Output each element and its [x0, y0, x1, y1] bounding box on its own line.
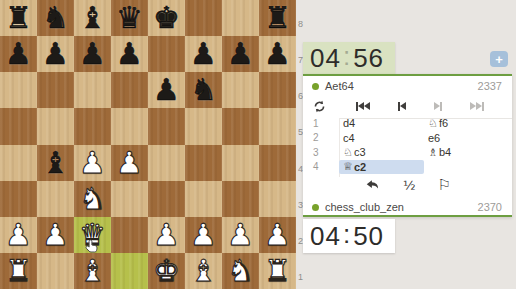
square-d4[interactable]: ♟ — [111, 145, 148, 181]
square-b1[interactable] — [37, 253, 74, 289]
move-list-card: Aet64 2337 1d4♘f62c4e63♘c3♗b44♕c2 — [303, 74, 512, 217]
game-side-panel: 04:56 + Aet64 2337 — [303, 0, 512, 289]
move-row-2: 2c4e6 — [303, 131, 512, 146]
clock-minutes: 04 — [310, 43, 341, 74]
piece-white-pawn[interactable]: ♟ — [111, 145, 148, 181]
square-a7[interactable]: ♟ — [0, 36, 37, 72]
clock-minutes: 04 — [310, 221, 341, 252]
square-g6[interactable] — [222, 72, 259, 108]
square-e1[interactable]: ♚ — [148, 253, 185, 289]
square-e8[interactable]: ♚ — [148, 0, 185, 36]
online-dot-icon — [312, 83, 319, 90]
piece-white-pawn[interactable]: ♟ — [148, 217, 185, 253]
cycle-replay-icon[interactable] — [312, 100, 326, 113]
square-h8[interactable]: ♜ — [259, 0, 296, 36]
square-g2[interactable]: ♟ — [222, 217, 259, 253]
square-g8[interactable] — [222, 0, 259, 36]
move-2-black[interactable]: e6 — [424, 131, 509, 146]
resign-flag-button[interactable]: ⚐ — [438, 178, 451, 193]
square-f5[interactable] — [185, 108, 222, 144]
move-1-white[interactable]: d4 — [339, 116, 424, 131]
piece-black-king[interactable]: ♚ — [148, 0, 185, 36]
top-player-name[interactable]: Aet64 — [325, 80, 354, 92]
figurine-icon: ♕ — [343, 160, 353, 173]
square-g7[interactable]: ♟ — [222, 36, 259, 72]
piece-black-pawn[interactable]: ♟ — [0, 36, 37, 72]
clock-seconds: 50 — [353, 221, 384, 252]
last-move-button[interactable] — [470, 101, 484, 112]
square-h2[interactable]: ♟ — [259, 217, 296, 253]
square-h7[interactable]: ♟ — [259, 36, 296, 72]
move-3-black[interactable]: ♗b4 — [424, 145, 509, 160]
move-number: 1 — [303, 118, 339, 129]
square-f6[interactable]: ♞ — [185, 72, 222, 108]
piece-white-rook[interactable]: ♜ — [259, 253, 296, 289]
piece-white-king[interactable]: ♚ — [148, 253, 185, 289]
square-d8[interactable]: ♛ — [111, 0, 148, 36]
piece-white-bishop[interactable]: ♝ — [74, 253, 111, 289]
square-d5[interactable] — [111, 108, 148, 144]
square-h3[interactable] — [259, 181, 296, 217]
previous-move-button[interactable] — [398, 101, 406, 112]
square-b7[interactable]: ♟ — [37, 36, 74, 72]
square-h1[interactable]: ♜ — [259, 253, 296, 289]
square-g1[interactable]: ♞ — [222, 253, 259, 289]
move-row-1: 1d4♘f6 — [303, 116, 512, 131]
piece-white-pawn[interactable]: ♟ — [185, 217, 222, 253]
square-h4[interactable] — [259, 145, 296, 181]
piece-black-pawn[interactable]: ♟ — [111, 36, 148, 72]
piece-black-pawn[interactable]: ♟ — [185, 36, 222, 72]
move-number: 4 — [303, 161, 339, 172]
move-row-3: 3♘c3♗b4 — [303, 145, 512, 160]
top-player-rating: 2337 — [478, 80, 502, 92]
piece-black-queen[interactable]: ♛ — [111, 0, 148, 36]
figurine-icon: ♘ — [343, 146, 353, 159]
square-b2[interactable]: ♟ — [37, 217, 74, 253]
square-g4[interactable] — [222, 145, 259, 181]
square-e6[interactable]: ♟ — [148, 72, 185, 108]
square-f2[interactable]: ♟ — [185, 217, 222, 253]
move-4-black — [424, 160, 509, 175]
square-b6[interactable] — [37, 72, 74, 108]
piece-white-pawn[interactable]: ♟ — [0, 217, 37, 253]
piece-white-pawn[interactable]: ♟ — [259, 217, 296, 253]
first-move-button[interactable] — [356, 101, 370, 112]
figurine-icon: ♗ — [428, 146, 438, 159]
square-g5[interactable] — [222, 108, 259, 144]
piece-white-pawn[interactable]: ♟ — [37, 217, 74, 253]
add-time-button[interactable]: + — [490, 51, 508, 67]
piece-black-pawn[interactable]: ♟ — [259, 36, 296, 72]
hand-cursor-icon — [85, 239, 98, 253]
square-c3[interactable]: ♞ — [74, 181, 111, 217]
square-e7[interactable] — [148, 36, 185, 72]
piece-white-bishop[interactable]: ♝ — [185, 253, 222, 289]
square-h6[interactable] — [259, 72, 296, 108]
piece-black-pawn[interactable]: ♟ — [222, 36, 259, 72]
square-f7[interactable]: ♟ — [185, 36, 222, 72]
clock-seconds: 56 — [353, 43, 384, 74]
square-b8[interactable]: ♞ — [37, 0, 74, 36]
square-d6[interactable] — [111, 72, 148, 108]
move-4-white[interactable]: ♕c2 — [339, 160, 424, 175]
bottom-player-row: chess_club_zen 2370 — [303, 197, 512, 217]
online-dot-icon — [312, 204, 319, 211]
piece-black-knight[interactable]: ♞ — [185, 72, 222, 108]
bottom-player-name[interactable]: chess_club_zen — [325, 201, 404, 213]
square-e5[interactable] — [148, 108, 185, 144]
chess-board[interactable]: ♜♞♝♛♚♜♟♟♟♟♟♟♟♟♞♝♟♟♞♟♟♛♟♟♟♟♜♝♚♝♞♜ — [0, 0, 296, 289]
square-a2[interactable]: ♟ — [0, 217, 37, 253]
clock-colon: : — [343, 41, 351, 72]
move-navigation — [303, 96, 512, 116]
square-e3[interactable] — [148, 181, 185, 217]
piece-black-bishop[interactable]: ♝ — [74, 0, 111, 36]
piece-black-pawn[interactable]: ♟ — [74, 36, 111, 72]
square-a4[interactable] — [0, 145, 37, 181]
square-a3[interactable] — [0, 181, 37, 217]
takeback-button[interactable] — [364, 178, 381, 193]
piece-black-pawn[interactable]: ♟ — [37, 36, 74, 72]
square-b5[interactable] — [37, 108, 74, 144]
game-actions: ½ ⚐ — [303, 174, 512, 197]
square-d3[interactable] — [111, 181, 148, 217]
move-number: 3 — [303, 147, 339, 158]
square-d2[interactable] — [111, 217, 148, 253]
top-player-row: Aet64 2337 — [303, 76, 512, 96]
piece-black-rook[interactable]: ♜ — [259, 0, 296, 36]
next-move-button[interactable] — [434, 101, 442, 112]
offer-draw-button[interactable]: ½ — [403, 178, 416, 193]
piece-white-knight[interactable]: ♞ — [222, 253, 259, 289]
figurine-icon: ♘ — [428, 117, 438, 130]
square-c1[interactable]: ♝ — [74, 253, 111, 289]
square-c5[interactable] — [74, 108, 111, 144]
piece-white-rook[interactable]: ♜ — [0, 253, 37, 289]
move-number: 2 — [303, 132, 339, 143]
square-c8[interactable]: ♝ — [74, 0, 111, 36]
piece-black-rook[interactable]: ♜ — [0, 0, 37, 36]
nav-buttons — [326, 101, 512, 112]
square-e4[interactable] — [148, 145, 185, 181]
square-f4[interactable] — [185, 145, 222, 181]
square-d1[interactable] — [111, 253, 148, 289]
square-b4[interactable]: ♝ — [37, 145, 74, 181]
move-list: 1d4♘f62c4e63♘c3♗b44♕c2 — [303, 116, 512, 174]
piece-black-bishop[interactable]: ♝ — [37, 145, 74, 181]
piece-white-pawn[interactable]: ♟ — [74, 145, 111, 181]
move-1-black[interactable]: ♘f6 — [424, 116, 509, 131]
move-2-white[interactable]: c4 — [339, 131, 424, 146]
square-a6[interactable] — [0, 72, 37, 108]
clock-colon: : — [343, 219, 351, 250]
square-a1[interactable]: ♜ — [0, 253, 37, 289]
square-b3[interactable] — [37, 181, 74, 217]
square-c6[interactable] — [74, 72, 111, 108]
square-f8[interactable] — [185, 0, 222, 36]
move-row-4: 4♕c2 — [303, 160, 512, 175]
piece-black-pawn[interactable]: ♟ — [148, 72, 185, 108]
bottom-player-clock: 04:50 — [303, 219, 395, 253]
square-f3[interactable] — [185, 181, 222, 217]
square-g3[interactable] — [222, 181, 259, 217]
square-h5[interactable] — [259, 108, 296, 144]
piece-black-knight[interactable]: ♞ — [37, 0, 74, 36]
square-c4[interactable]: ♟ — [74, 145, 111, 181]
square-a5[interactable] — [0, 108, 37, 144]
square-f1[interactable]: ♝ — [185, 253, 222, 289]
top-player-clock: 04:56 — [303, 42, 395, 74]
square-e2[interactable]: ♟ — [148, 217, 185, 253]
piece-white-knight[interactable]: ♞ — [74, 181, 111, 217]
square-c7[interactable]: ♟ — [74, 36, 111, 72]
square-d7[interactable]: ♟ — [111, 36, 148, 72]
move-3-white[interactable]: ♘c3 — [339, 145, 424, 160]
square-a8[interactable]: ♜ — [0, 0, 37, 36]
piece-white-pawn[interactable]: ♟ — [222, 217, 259, 253]
bottom-player-rating: 2370 — [478, 201, 502, 213]
